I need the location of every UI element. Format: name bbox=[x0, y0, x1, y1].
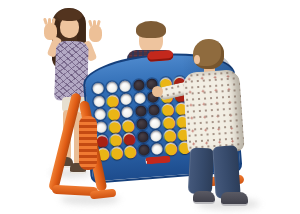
boy-center-hair bbox=[136, 21, 166, 38]
girl-right-hand bbox=[89, 25, 102, 42]
cell-r6c2: ● bbox=[111, 146, 123, 158]
yellow-disc: ● bbox=[107, 113, 120, 114]
boy-right-left-leg bbox=[188, 147, 214, 194]
cell-r6c5 bbox=[152, 143, 164, 155]
cell-r5c5 bbox=[151, 130, 163, 142]
cell-r2c4 bbox=[134, 92, 146, 104]
cell-r6c3: ● bbox=[124, 145, 136, 157]
photo-scene: ●●●●●●●●●●●●●●●●●●●●●● bbox=[0, 0, 300, 214]
cell-r3c4 bbox=[135, 105, 147, 117]
yellow-disc: ● bbox=[110, 152, 123, 153]
yellow-disc: ● bbox=[162, 121, 175, 122]
boy-right-hand bbox=[152, 86, 163, 97]
stand-left-ribbed-post bbox=[79, 116, 97, 170]
yellow-disc: ● bbox=[108, 126, 121, 127]
yellow-disc: ● bbox=[163, 134, 176, 135]
boy-right-left-shoe bbox=[193, 191, 215, 204]
cell-r2c1 bbox=[93, 95, 105, 107]
boy-right-right-leg bbox=[212, 145, 241, 199]
red-disc: ● bbox=[96, 140, 109, 141]
cell-r1c3 bbox=[119, 80, 131, 92]
boy-right-shirt bbox=[182, 69, 245, 155]
cell-r2c3 bbox=[120, 93, 132, 105]
cell-r6c6: ● bbox=[165, 142, 177, 154]
yellow-disc: ● bbox=[161, 108, 174, 109]
boy-right-hair bbox=[193, 39, 224, 69]
cell-r4c5 bbox=[150, 117, 162, 129]
cell-r1c1 bbox=[92, 83, 104, 95]
yellow-disc: ● bbox=[106, 100, 119, 101]
boy-right-ear bbox=[194, 55, 200, 64]
cell-r4c4 bbox=[136, 118, 148, 130]
board-handle bbox=[147, 50, 174, 62]
cell-r3c1 bbox=[94, 108, 106, 120]
yellow-disc: ● bbox=[109, 139, 122, 140]
boy-right-right-shoe bbox=[221, 192, 248, 206]
cell-r5c4 bbox=[137, 131, 149, 143]
cell-r1c4 bbox=[133, 79, 145, 91]
cell-r6c4 bbox=[138, 144, 150, 156]
yellow-disc: ● bbox=[165, 147, 178, 148]
girl-hair-fringe bbox=[57, 9, 82, 21]
yellow-disc: ● bbox=[124, 151, 137, 152]
cell-r3c5 bbox=[148, 104, 160, 116]
red-disc: ● bbox=[123, 138, 136, 139]
yellow-disc: ● bbox=[159, 83, 172, 84]
girl-left-hand bbox=[44, 23, 57, 40]
yellow-disc: ● bbox=[122, 125, 135, 126]
